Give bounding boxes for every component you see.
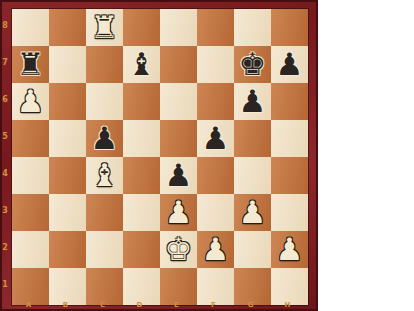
square-d2[interactable] [123, 231, 160, 268]
square-b8[interactable] [49, 9, 86, 46]
square-g6[interactable]: ♟ [234, 83, 271, 120]
square-d1[interactable] [123, 268, 160, 305]
square-b5[interactable] [49, 120, 86, 157]
rank-label-5: 5 [0, 118, 10, 155]
square-d5[interactable] [123, 120, 160, 157]
square-h6[interactable] [271, 83, 308, 120]
square-d6[interactable] [123, 83, 160, 120]
rank-labels: 87654321 [0, 7, 10, 303]
square-e3[interactable]: ♟ [160, 194, 197, 231]
file-labels: ABCDEFGH [10, 301, 306, 310]
square-g5[interactable] [234, 120, 271, 157]
black-king[interactable]: ♚ [239, 46, 267, 83]
square-e6[interactable] [160, 83, 197, 120]
square-e7[interactable] [160, 46, 197, 83]
square-f8[interactable] [197, 9, 234, 46]
white-rook[interactable]: ♜ [91, 9, 119, 46]
square-a8[interactable] [12, 9, 49, 46]
white-pawn[interactable]: ♟ [202, 231, 230, 268]
board-grid: ♜♜♝♚♟♟♟♟♟♝♟♟♟♚♟♟ [12, 9, 308, 305]
square-h4[interactable] [271, 157, 308, 194]
square-h2[interactable]: ♟ [271, 231, 308, 268]
square-c8[interactable]: ♜ [86, 9, 123, 46]
square-a7[interactable]: ♜ [12, 46, 49, 83]
square-b6[interactable] [49, 83, 86, 120]
square-h7[interactable]: ♟ [271, 46, 308, 83]
square-c3[interactable] [86, 194, 123, 231]
rank-label-6: 6 [0, 81, 10, 118]
file-label-a: A [10, 301, 47, 310]
page: 87654321 ♜♜♝♚♟♟♟♟♟♝♟♟♟♚♟♟ ABCDEFGH [0, 0, 414, 311]
black-pawn[interactable]: ♟ [239, 83, 267, 120]
white-pawn[interactable]: ♟ [276, 231, 304, 268]
square-h5[interactable] [271, 120, 308, 157]
file-label-f: F [195, 301, 232, 310]
square-b3[interactable] [49, 194, 86, 231]
white-bishop[interactable]: ♝ [91, 157, 119, 194]
black-rook[interactable]: ♜ [17, 46, 45, 83]
chess-board: 87654321 ♜♜♝♚♟♟♟♟♟♝♟♟♟♚♟♟ ABCDEFGH [0, 0, 318, 311]
square-a3[interactable] [12, 194, 49, 231]
square-g7[interactable]: ♚ [234, 46, 271, 83]
square-b1[interactable] [49, 268, 86, 305]
square-a5[interactable] [12, 120, 49, 157]
square-g4[interactable] [234, 157, 271, 194]
rank-label-3: 3 [0, 192, 10, 229]
square-c2[interactable] [86, 231, 123, 268]
black-pawn[interactable]: ♟ [165, 157, 193, 194]
square-b7[interactable] [49, 46, 86, 83]
square-d7[interactable]: ♝ [123, 46, 160, 83]
square-c1[interactable] [86, 268, 123, 305]
square-f6[interactable] [197, 83, 234, 120]
rank-label-4: 4 [0, 155, 10, 192]
square-c4[interactable]: ♝ [86, 157, 123, 194]
black-pawn[interactable]: ♟ [202, 120, 230, 157]
square-a6[interactable]: ♟ [12, 83, 49, 120]
white-pawn[interactable]: ♟ [239, 194, 267, 231]
black-bishop[interactable]: ♝ [128, 46, 156, 83]
square-f4[interactable] [197, 157, 234, 194]
square-e8[interactable] [160, 9, 197, 46]
square-e2[interactable]: ♚ [160, 231, 197, 268]
file-label-d: D [121, 301, 158, 310]
square-f7[interactable] [197, 46, 234, 83]
square-f3[interactable] [197, 194, 234, 231]
rank-label-1: 1 [0, 266, 10, 303]
square-g2[interactable] [234, 231, 271, 268]
white-pawn[interactable]: ♟ [165, 194, 193, 231]
square-c5[interactable]: ♟ [86, 120, 123, 157]
square-d3[interactable] [123, 194, 160, 231]
square-g1[interactable] [234, 268, 271, 305]
white-king[interactable]: ♚ [165, 231, 193, 268]
square-a2[interactable] [12, 231, 49, 268]
file-label-e: E [158, 301, 195, 310]
square-d8[interactable] [123, 9, 160, 46]
square-f5[interactable]: ♟ [197, 120, 234, 157]
rank-label-8: 8 [0, 7, 10, 44]
square-c6[interactable] [86, 83, 123, 120]
square-h3[interactable] [271, 194, 308, 231]
square-g3[interactable]: ♟ [234, 194, 271, 231]
black-pawn[interactable]: ♟ [91, 120, 119, 157]
square-f2[interactable]: ♟ [197, 231, 234, 268]
square-g8[interactable] [234, 9, 271, 46]
white-pawn[interactable]: ♟ [17, 83, 45, 120]
square-h1[interactable] [271, 268, 308, 305]
square-a4[interactable] [12, 157, 49, 194]
square-h8[interactable] [271, 9, 308, 46]
square-c7[interactable] [86, 46, 123, 83]
file-label-h: H [269, 301, 306, 310]
square-a1[interactable] [12, 268, 49, 305]
rank-label-2: 2 [0, 229, 10, 266]
black-pawn[interactable]: ♟ [276, 46, 304, 83]
file-label-g: G [232, 301, 269, 310]
file-label-c: C [84, 301, 121, 310]
square-b4[interactable] [49, 157, 86, 194]
square-f1[interactable] [197, 268, 234, 305]
square-e4[interactable]: ♟ [160, 157, 197, 194]
square-d4[interactable] [123, 157, 160, 194]
square-e5[interactable] [160, 120, 197, 157]
file-label-b: B [47, 301, 84, 310]
square-e1[interactable] [160, 268, 197, 305]
rank-label-7: 7 [0, 44, 10, 81]
square-b2[interactable] [49, 231, 86, 268]
